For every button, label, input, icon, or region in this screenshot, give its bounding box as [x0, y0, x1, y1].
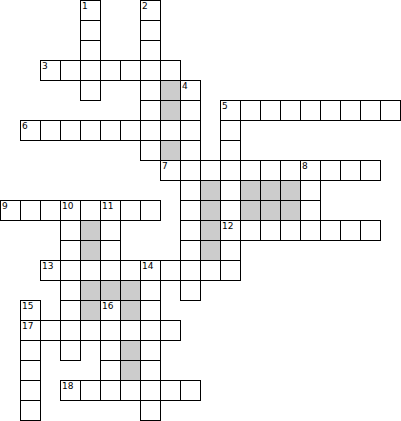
- grid-cell[interactable]: [80, 80, 101, 101]
- grid-cell[interactable]: [200, 160, 221, 181]
- grid-cell[interactable]: [200, 260, 221, 281]
- grid-cell[interactable]: [220, 260, 241, 281]
- grid-cell[interactable]: [320, 100, 341, 121]
- shaded-cell: [160, 80, 181, 101]
- grid-cell[interactable]: [340, 100, 361, 121]
- grid-cell[interactable]: [180, 280, 201, 301]
- grid-cell[interactable]: 9: [0, 200, 21, 221]
- clue-number: 3: [42, 61, 48, 71]
- grid-cell[interactable]: [80, 120, 101, 141]
- grid-cell[interactable]: [140, 100, 161, 121]
- grid-cell[interactable]: [60, 340, 81, 361]
- grid-cell[interactable]: [360, 100, 381, 121]
- grid-cell[interactable]: [280, 160, 301, 181]
- shaded-cell: [240, 200, 261, 221]
- grid-cell[interactable]: [100, 360, 121, 381]
- grid-cell[interactable]: [120, 260, 141, 281]
- grid-cell[interactable]: [180, 200, 201, 221]
- grid-cell[interactable]: [300, 200, 321, 221]
- grid-cell[interactable]: [360, 220, 381, 241]
- grid-cell[interactable]: [140, 400, 161, 421]
- grid-cell[interactable]: [40, 200, 61, 221]
- grid-cell[interactable]: [140, 300, 161, 321]
- grid-cell[interactable]: 4: [180, 80, 201, 101]
- grid-cell[interactable]: [120, 320, 141, 341]
- shaded-cell: [260, 200, 281, 221]
- grid-cell[interactable]: [20, 400, 41, 421]
- clue-number: 5: [222, 101, 228, 111]
- grid-cell[interactable]: 8: [300, 160, 321, 181]
- grid-cell[interactable]: [60, 120, 81, 141]
- grid-cell[interactable]: [320, 160, 341, 181]
- grid-cell[interactable]: 16: [100, 300, 121, 321]
- grid-cell[interactable]: [140, 80, 161, 101]
- grid-cell[interactable]: [300, 100, 321, 121]
- grid-cell[interactable]: [180, 160, 201, 181]
- clue-number: 12: [222, 221, 233, 231]
- grid-cell[interactable]: [300, 180, 321, 201]
- shaded-cell: [280, 200, 301, 221]
- grid-cell[interactable]: [60, 280, 81, 301]
- shaded-cell: [160, 140, 181, 161]
- grid-cell[interactable]: [320, 220, 341, 241]
- grid-cell[interactable]: [300, 220, 321, 241]
- grid-cell[interactable]: 5: [220, 100, 241, 121]
- grid-cell[interactable]: [180, 260, 201, 281]
- grid-cell[interactable]: [60, 220, 81, 241]
- grid-cell[interactable]: [20, 360, 41, 381]
- grid-cell[interactable]: [180, 380, 201, 401]
- grid-cell[interactable]: [380, 100, 401, 121]
- grid-cell[interactable]: [340, 160, 361, 181]
- grid-cell[interactable]: [220, 240, 241, 261]
- shaded-cell: [120, 300, 141, 321]
- grid-cell[interactable]: [80, 40, 101, 61]
- grid-cell[interactable]: [80, 380, 101, 401]
- grid-cell[interactable]: [160, 60, 181, 81]
- grid-cell[interactable]: [20, 380, 41, 401]
- grid-cell[interactable]: [80, 60, 101, 81]
- grid-cell[interactable]: 18: [60, 380, 81, 401]
- grid-cell[interactable]: [220, 140, 241, 161]
- grid-cell[interactable]: [100, 260, 121, 281]
- grid-cell[interactable]: [100, 340, 121, 361]
- clue-number: 10: [62, 201, 73, 211]
- shaded-cell: [80, 300, 101, 321]
- grid-cell[interactable]: 6: [20, 120, 41, 141]
- grid-cell[interactable]: [360, 160, 381, 181]
- grid-cell[interactable]: [140, 360, 161, 381]
- grid-cell[interactable]: [120, 200, 141, 221]
- grid-cell[interactable]: [60, 240, 81, 261]
- grid-cell[interactable]: [100, 120, 121, 141]
- grid-cell[interactable]: [240, 220, 261, 241]
- shaded-cell: [280, 180, 301, 201]
- clue-number: 8: [302, 161, 308, 171]
- clue-number: 9: [2, 201, 8, 211]
- grid-cell[interactable]: [80, 200, 101, 221]
- grid-cell[interactable]: [160, 120, 181, 141]
- clue-number: 7: [162, 161, 168, 171]
- grid-cell[interactable]: [140, 20, 161, 41]
- shaded-cell: [160, 100, 181, 121]
- grid-cell[interactable]: [140, 200, 161, 221]
- shaded-cell: [200, 180, 221, 201]
- grid-cell[interactable]: [100, 380, 121, 401]
- grid-cell[interactable]: [20, 340, 41, 361]
- grid-cell[interactable]: [120, 380, 141, 401]
- clue-number: 15: [22, 301, 33, 311]
- clue-number: 16: [102, 301, 113, 311]
- grid-cell[interactable]: [40, 120, 61, 141]
- grid-cell[interactable]: [40, 320, 61, 341]
- grid-cell[interactable]: [80, 20, 101, 41]
- grid-cell[interactable]: [220, 120, 241, 141]
- grid-cell[interactable]: 3: [40, 60, 61, 81]
- crossword-board: 123456789101112131415161718: [0, 0, 401, 421]
- grid-cell[interactable]: [100, 220, 121, 241]
- shaded-cell: [200, 240, 221, 261]
- clue-number: 2: [142, 1, 148, 11]
- grid-cell[interactable]: [260, 160, 281, 181]
- shaded-cell: [240, 180, 261, 201]
- shaded-cell: [200, 200, 221, 221]
- clue-number: 18: [62, 381, 73, 391]
- grid-cell[interactable]: 11: [100, 200, 121, 221]
- grid-cell[interactable]: [140, 340, 161, 361]
- shaded-cell: [200, 220, 221, 241]
- grid-cell[interactable]: [60, 60, 81, 81]
- grid-cell[interactable]: [160, 380, 181, 401]
- grid-cell[interactable]: [260, 220, 281, 241]
- shaded-cell: [260, 180, 281, 201]
- crossword-grid: 123456789101112131415161718: [0, 0, 401, 421]
- grid-cell[interactable]: [220, 200, 241, 221]
- grid-cell[interactable]: [80, 320, 101, 341]
- grid-cell[interactable]: [340, 220, 361, 241]
- grid-cell[interactable]: [80, 260, 101, 281]
- grid-cell[interactable]: [120, 60, 141, 81]
- grid-cell[interactable]: 14: [140, 260, 161, 281]
- grid-cell[interactable]: 7: [160, 160, 181, 181]
- grid-cell[interactable]: [140, 60, 161, 81]
- grid-cell[interactable]: [100, 240, 121, 261]
- grid-cell[interactable]: [180, 140, 201, 161]
- clue-number: 1: [82, 1, 88, 11]
- shaded-cell: [80, 280, 101, 301]
- grid-cell[interactable]: [140, 380, 161, 401]
- shaded-cell: [120, 360, 141, 381]
- grid-cell[interactable]: [220, 180, 241, 201]
- shaded-cell: [120, 280, 141, 301]
- grid-cell[interactable]: [240, 100, 261, 121]
- grid-cell[interactable]: 15: [20, 300, 41, 321]
- grid-cell[interactable]: [140, 140, 161, 161]
- grid-cell[interactable]: 2: [140, 0, 161, 21]
- grid-cell[interactable]: [240, 160, 261, 181]
- grid-cell[interactable]: [160, 260, 181, 281]
- grid-cell[interactable]: [140, 40, 161, 61]
- clue-number: 14: [142, 261, 153, 271]
- grid-cell[interactable]: [220, 160, 241, 181]
- grid-cell[interactable]: [180, 100, 201, 121]
- grid-cell[interactable]: 17: [20, 320, 41, 341]
- grid-cell[interactable]: [120, 120, 141, 141]
- grid-cell[interactable]: [60, 300, 81, 321]
- grid-cell[interactable]: [180, 240, 201, 261]
- grid-cell[interactable]: [140, 120, 161, 141]
- grid-cell[interactable]: [100, 60, 121, 81]
- grid-cell[interactable]: [60, 260, 81, 281]
- shaded-cell: [80, 220, 101, 241]
- grid-cell[interactable]: 12: [220, 220, 241, 241]
- grid-cell[interactable]: [20, 200, 41, 221]
- shaded-cell: [120, 340, 141, 361]
- grid-cell[interactable]: [280, 100, 301, 121]
- grid-cell[interactable]: 13: [40, 260, 61, 281]
- grid-cell[interactable]: 10: [60, 200, 81, 221]
- grid-cell[interactable]: 1: [80, 0, 101, 21]
- grid-cell[interactable]: [180, 120, 201, 141]
- grid-cell[interactable]: [280, 220, 301, 241]
- grid-cell[interactable]: [260, 100, 281, 121]
- grid-cell[interactable]: [180, 180, 201, 201]
- clue-number: 17: [22, 321, 33, 331]
- grid-cell[interactable]: [60, 320, 81, 341]
- clue-number: 6: [22, 121, 28, 131]
- grid-cell[interactable]: [140, 320, 161, 341]
- grid-cell[interactable]: [140, 280, 161, 301]
- grid-cell[interactable]: [100, 320, 121, 341]
- clue-number: 4: [182, 81, 188, 91]
- grid-cell[interactable]: [180, 220, 201, 241]
- clue-number: 11: [102, 201, 113, 211]
- shaded-cell: [80, 240, 101, 261]
- grid-cell[interactable]: [160, 320, 181, 341]
- shaded-cell: [100, 280, 121, 301]
- clue-number: 13: [42, 261, 53, 271]
